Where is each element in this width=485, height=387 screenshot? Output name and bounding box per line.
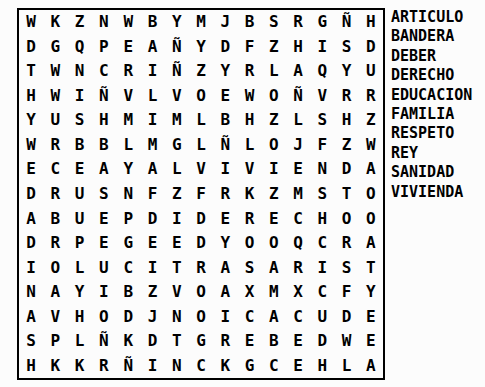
- grid-cell[interactable]: U: [43, 108, 67, 133]
- grid-cell[interactable]: Ñ: [116, 353, 140, 378]
- grid-cell[interactable]: I: [19, 255, 43, 280]
- grid-cell[interactable]: R: [43, 231, 67, 256]
- grid-cell[interactable]: A: [262, 304, 286, 329]
- grid-cell[interactable]: S: [68, 108, 92, 133]
- word-list-item: BANDERA: [391, 27, 472, 46]
- grid-cell[interactable]: P: [92, 35, 116, 60]
- grid-cell[interactable]: O: [43, 255, 67, 280]
- grid-cell[interactable]: W: [19, 10, 43, 35]
- grid-cell[interactable]: M: [116, 108, 140, 133]
- grid-cell[interactable]: Q: [68, 35, 92, 60]
- word-list-item: DERECHO: [391, 66, 472, 85]
- grid-cell[interactable]: O: [237, 231, 261, 256]
- grid-cell[interactable]: C: [189, 353, 213, 378]
- grid-cell[interactable]: E: [213, 206, 237, 231]
- grid-cell[interactable]: T: [359, 255, 383, 280]
- grid-cell[interactable]: I: [92, 280, 116, 305]
- grid-cell[interactable]: E: [68, 157, 92, 182]
- grid-cell[interactable]: L: [189, 133, 213, 158]
- grid-cell[interactable]: R: [43, 182, 67, 207]
- grid-cell[interactable]: I: [140, 255, 164, 280]
- grid-cell[interactable]: B: [237, 10, 261, 35]
- grid-cell[interactable]: D: [19, 231, 43, 256]
- grid-cell[interactable]: H: [68, 304, 92, 329]
- word-list-item: DEBER: [391, 47, 472, 66]
- word-list: ARTICULOBANDERADEBERDERECHOEDUCACIONFAMI…: [391, 8, 472, 202]
- grid-cell[interactable]: O: [359, 182, 383, 207]
- grid-cell[interactable]: B: [43, 206, 67, 231]
- grid-cell[interactable]: A: [359, 231, 383, 256]
- grid-cell[interactable]: V: [310, 84, 334, 109]
- grid-cell[interactable]: L: [68, 329, 92, 354]
- grid-cell[interactable]: A: [213, 280, 237, 305]
- grid-cell[interactable]: Z: [334, 133, 358, 158]
- grid-cell[interactable]: A: [19, 206, 43, 231]
- grid-cell[interactable]: Ñ: [92, 329, 116, 354]
- grid-cell[interactable]: K: [237, 182, 261, 207]
- grid-cell[interactable]: D: [116, 304, 140, 329]
- grid-cell[interactable]: E: [286, 353, 310, 378]
- grid-cell[interactable]: U: [68, 206, 92, 231]
- word-list-item: EDUCACION: [391, 86, 472, 105]
- grid-cell[interactable]: F: [334, 280, 358, 305]
- grid-cell[interactable]: K: [116, 329, 140, 354]
- grid-cell[interactable]: Q: [286, 231, 310, 256]
- grid-cell[interactable]: R: [213, 182, 237, 207]
- grid-cell[interactable]: Y: [116, 157, 140, 182]
- grid-cell[interactable]: M: [189, 10, 213, 35]
- grid-cell[interactable]: O: [334, 206, 358, 231]
- grid-cell[interactable]: B: [140, 10, 164, 35]
- grid-cell[interactable]: Ñ: [334, 10, 358, 35]
- grid-cell[interactable]: U: [92, 255, 116, 280]
- grid-cell[interactable]: W: [43, 84, 67, 109]
- grid-cell[interactable]: C: [310, 231, 334, 256]
- grid-cell[interactable]: T: [334, 182, 358, 207]
- grid-cell[interactable]: G: [237, 353, 261, 378]
- grid-cell[interactable]: O: [92, 304, 116, 329]
- grid-cell[interactable]: I: [310, 255, 334, 280]
- grid-cell[interactable]: B: [262, 329, 286, 354]
- grid-cell[interactable]: B: [92, 133, 116, 158]
- grid-cell[interactable]: Z: [165, 182, 189, 207]
- grid-cell[interactable]: W: [334, 329, 358, 354]
- grid-cell[interactable]: G: [165, 133, 189, 158]
- grid-cell[interactable]: B: [116, 280, 140, 305]
- grid-cell[interactable]: S: [310, 182, 334, 207]
- grid-cell[interactable]: C: [310, 280, 334, 305]
- grid-cell[interactable]: H: [334, 108, 358, 133]
- grid-cell[interactable]: P: [43, 329, 67, 354]
- grid-cell[interactable]: I: [262, 157, 286, 182]
- grid-cell[interactable]: R: [189, 255, 213, 280]
- grid-cell[interactable]: W: [237, 84, 261, 109]
- grid-cell[interactable]: O: [189, 304, 213, 329]
- grid-cell[interactable]: Y: [213, 59, 237, 84]
- grid-cell[interactable]: I: [140, 108, 164, 133]
- grid-cell[interactable]: R: [286, 255, 310, 280]
- grid-cell[interactable]: O: [262, 84, 286, 109]
- grid-cell[interactable]: H: [359, 10, 383, 35]
- grid-cell[interactable]: Z: [262, 35, 286, 60]
- grid-cell[interactable]: T: [19, 59, 43, 84]
- grid-cell[interactable]: R: [116, 59, 140, 84]
- grid-cell[interactable]: M: [140, 133, 164, 158]
- grid-cell[interactable]: Q: [310, 59, 334, 84]
- grid-cell[interactable]: N: [116, 182, 140, 207]
- grid-cell[interactable]: Z: [140, 280, 164, 305]
- grid-cell[interactable]: F: [189, 182, 213, 207]
- grid-cell[interactable]: W: [19, 133, 43, 158]
- grid-cell[interactable]: A: [262, 255, 286, 280]
- word-list-item: ARTICULO: [391, 8, 472, 27]
- grid-cell[interactable]: W: [43, 59, 67, 84]
- grid-cell[interactable]: R: [334, 231, 358, 256]
- grid-cell[interactable]: N: [92, 10, 116, 35]
- grid-cell[interactable]: S: [19, 329, 43, 354]
- grid-cell[interactable]: Z: [262, 108, 286, 133]
- grid-cell[interactable]: G: [43, 35, 67, 60]
- grid-cell[interactable]: I: [68, 84, 92, 109]
- grid-cell[interactable]: A: [92, 157, 116, 182]
- grid-cell[interactable]: V: [237, 157, 261, 182]
- grid-cell[interactable]: R: [237, 59, 261, 84]
- grid-cell[interactable]: P: [116, 206, 140, 231]
- grid-cell[interactable]: V: [43, 304, 67, 329]
- grid-cell[interactable]: S: [92, 182, 116, 207]
- grid-cell[interactable]: A: [359, 353, 383, 378]
- grid-cell[interactable]: S: [334, 255, 358, 280]
- grid-cell[interactable]: O: [359, 206, 383, 231]
- grid-cell[interactable]: S: [310, 108, 334, 133]
- grid-cell[interactable]: Z: [68, 10, 92, 35]
- grid-cell[interactable]: Y: [189, 35, 213, 60]
- grid-cell[interactable]: A: [140, 35, 164, 60]
- grid-cell[interactable]: W: [116, 10, 140, 35]
- word-list-item: SANIDAD: [391, 163, 472, 182]
- grid-cell[interactable]: R: [237, 206, 261, 231]
- grid-cell[interactable]: Ñ: [165, 35, 189, 60]
- grid-cell[interactable]: E: [286, 329, 310, 354]
- grid-cell[interactable]: K: [68, 353, 92, 378]
- grid-cell[interactable]: A: [286, 59, 310, 84]
- grid-cell[interactable]: L: [189, 108, 213, 133]
- grid-cell[interactable]: D: [213, 35, 237, 60]
- grid-cell[interactable]: S: [334, 35, 358, 60]
- grid-cell[interactable]: I: [140, 353, 164, 378]
- grid-cell[interactable]: J: [213, 10, 237, 35]
- grid-cell[interactable]: Ñ: [165, 59, 189, 84]
- grid-cell[interactable]: L: [334, 353, 358, 378]
- grid-cell[interactable]: F: [140, 182, 164, 207]
- grid-cell[interactable]: B: [213, 108, 237, 133]
- grid-cell[interactable]: M: [262, 280, 286, 305]
- grid-cell[interactable]: V: [165, 84, 189, 109]
- grid-cell[interactable]: M: [286, 182, 310, 207]
- grid-cell[interactable]: G: [310, 10, 334, 35]
- grid-cell[interactable]: H: [92, 108, 116, 133]
- grid-cell[interactable]: G: [116, 231, 140, 256]
- grid-cell[interactable]: C: [116, 255, 140, 280]
- grid-cell[interactable]: L: [262, 59, 286, 84]
- grid-cell[interactable]: Ñ: [92, 84, 116, 109]
- grid-cell[interactable]: V: [189, 157, 213, 182]
- grid-cell[interactable]: E: [237, 329, 261, 354]
- grid-cell[interactable]: D: [140, 329, 164, 354]
- grid-cell[interactable]: E: [213, 84, 237, 109]
- grid-cell[interactable]: G: [189, 329, 213, 354]
- grid-cell[interactable]: E: [286, 157, 310, 182]
- grid-cell[interactable]: R: [286, 10, 310, 35]
- grid-cell[interactable]: O: [189, 84, 213, 109]
- grid-cell[interactable]: R: [359, 84, 383, 109]
- word-list-item: RESPETO: [391, 124, 472, 143]
- grid-cell[interactable]: H: [19, 353, 43, 378]
- grid-cell[interactable]: D: [334, 157, 358, 182]
- grid-cell[interactable]: C: [237, 304, 261, 329]
- grid-cell[interactable]: N: [19, 280, 43, 305]
- grid-cell[interactable]: N: [310, 157, 334, 182]
- grid-cell[interactable]: F: [310, 133, 334, 158]
- grid-cell[interactable]: D: [19, 35, 43, 60]
- grid-cell[interactable]: Ñ: [213, 133, 237, 158]
- grid-cell[interactable]: R: [334, 84, 358, 109]
- grid-cell[interactable]: O: [189, 280, 213, 305]
- grid-cell[interactable]: H: [19, 84, 43, 109]
- grid-cell[interactable]: C: [43, 157, 67, 182]
- grid-cell[interactable]: I: [213, 304, 237, 329]
- grid-cell[interactable]: H: [310, 353, 334, 378]
- grid-cell[interactable]: O: [262, 133, 286, 158]
- word-list-item: REY: [391, 144, 472, 163]
- grid-cell[interactable]: R: [43, 133, 67, 158]
- grid-cell[interactable]: E: [92, 206, 116, 231]
- grid-cell[interactable]: S: [262, 10, 286, 35]
- grid-cell[interactable]: C: [262, 353, 286, 378]
- grid-cell[interactable]: K: [213, 353, 237, 378]
- grid-cell[interactable]: U: [359, 59, 383, 84]
- grid-cell[interactable]: M: [165, 108, 189, 133]
- grid-cell[interactable]: E: [92, 231, 116, 256]
- grid-cell[interactable]: E: [262, 206, 286, 231]
- grid-cell[interactable]: L: [286, 108, 310, 133]
- grid-cell[interactable]: I: [310, 35, 334, 60]
- grid-cell[interactable]: Y: [165, 10, 189, 35]
- grid-cell[interactable]: Y: [213, 231, 237, 256]
- grid-cell[interactable]: T: [165, 255, 189, 280]
- grid-cell[interactable]: K: [43, 353, 67, 378]
- grid-cell[interactable]: I: [165, 206, 189, 231]
- grid-cell[interactable]: X: [286, 280, 310, 305]
- grid-cell[interactable]: D: [359, 35, 383, 60]
- grid-cell[interactable]: E: [165, 231, 189, 256]
- grid-cell[interactable]: R: [213, 329, 237, 354]
- grid-cell[interactable]: D: [19, 182, 43, 207]
- grid-cell[interactable]: Ñ: [286, 84, 310, 109]
- word-search-grid: WKZNWBYMJBSRGÑHDGQPEAÑYDFZHISDTWNCRIÑZYR…: [17, 8, 385, 380]
- grid-cell[interactable]: L: [237, 133, 261, 158]
- grid-cell[interactable]: P: [68, 231, 92, 256]
- word-list-item: FAMILIA: [391, 105, 472, 124]
- grid-cell[interactable]: I: [140, 59, 164, 84]
- grid-cell[interactable]: Z: [189, 59, 213, 84]
- grid-cell[interactable]: H: [237, 108, 261, 133]
- grid-cell[interactable]: A: [43, 280, 67, 305]
- grid-cell[interactable]: H: [286, 35, 310, 60]
- grid-cell[interactable]: Z: [359, 108, 383, 133]
- grid-cell[interactable]: A: [140, 157, 164, 182]
- grid-cell[interactable]: C: [92, 59, 116, 84]
- grid-cell[interactable]: U: [310, 304, 334, 329]
- grid-cell[interactable]: O: [262, 231, 286, 256]
- grid-cell[interactable]: E: [19, 157, 43, 182]
- grid-cell[interactable]: R: [92, 353, 116, 378]
- grid-cell[interactable]: A: [359, 157, 383, 182]
- grid-cell[interactable]: F: [237, 35, 261, 60]
- grid-cell[interactable]: N: [165, 304, 189, 329]
- grid-cell[interactable]: Z: [262, 182, 286, 207]
- grid-cell[interactable]: Y: [19, 108, 43, 133]
- grid-cell[interactable]: S: [237, 255, 261, 280]
- grid-cell[interactable]: A: [19, 304, 43, 329]
- grid-cell[interactable]: N: [165, 353, 189, 378]
- grid-cell[interactable]: N: [68, 59, 92, 84]
- grid-cell[interactable]: L: [68, 255, 92, 280]
- grid-cell[interactable]: C: [286, 206, 310, 231]
- grid-cell[interactable]: I: [213, 157, 237, 182]
- grid-cell[interactable]: T: [165, 329, 189, 354]
- grid-cell[interactable]: E: [140, 231, 164, 256]
- grid-cell[interactable]: D: [310, 329, 334, 354]
- grid-cell[interactable]: Y: [68, 280, 92, 305]
- grid-cell[interactable]: J: [140, 304, 164, 329]
- grid-cell[interactable]: J: [286, 133, 310, 158]
- grid-cell[interactable]: C: [286, 304, 310, 329]
- grid-cell[interactable]: Y: [359, 280, 383, 305]
- grid-cell[interactable]: V: [165, 280, 189, 305]
- grid-cell[interactable]: H: [310, 206, 334, 231]
- grid-cell[interactable]: X: [237, 280, 261, 305]
- grid-cell[interactable]: E: [359, 304, 383, 329]
- grid-cell[interactable]: B: [68, 133, 92, 158]
- grid-cell[interactable]: D: [189, 231, 213, 256]
- grid-cell[interactable]: W: [359, 133, 383, 158]
- grid-cell[interactable]: K: [43, 10, 67, 35]
- grid-cell[interactable]: A: [213, 255, 237, 280]
- grid-cell[interactable]: E: [116, 35, 140, 60]
- grid-cell[interactable]: L: [140, 84, 164, 109]
- grid-cell[interactable]: E: [359, 329, 383, 354]
- grid-cell[interactable]: D: [189, 206, 213, 231]
- grid-cell[interactable]: D: [140, 206, 164, 231]
- grid-cell[interactable]: Y: [334, 59, 358, 84]
- word-list-item: VIVIENDA: [391, 183, 472, 202]
- grid-cell[interactable]: V: [116, 84, 140, 109]
- grid-cell[interactable]: U: [68, 182, 92, 207]
- grid-cell[interactable]: L: [165, 157, 189, 182]
- grid-cell[interactable]: D: [334, 304, 358, 329]
- grid-cell[interactable]: L: [116, 133, 140, 158]
